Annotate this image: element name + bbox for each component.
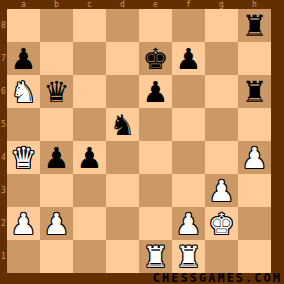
square-f7: ♟	[172, 42, 205, 75]
rank-label-5: 5	[0, 108, 7, 141]
file-label-b: b	[40, 0, 73, 9]
black-rook: ♜	[238, 75, 271, 108]
file-label-g: g	[205, 0, 238, 9]
square-b5	[40, 108, 73, 141]
black-pawn: ♟	[40, 141, 73, 174]
square-g6	[205, 75, 238, 108]
file-label-c: c	[73, 0, 106, 9]
square-h6: ♜	[238, 75, 271, 108]
square-e6: ♟	[139, 75, 172, 108]
white-pawn: ♟	[238, 141, 271, 174]
square-e4	[139, 141, 172, 174]
rank-label-2: 2	[0, 207, 7, 240]
rank-label-7: 7	[0, 42, 7, 75]
rank-label-4: 4	[0, 141, 7, 174]
white-queen: ♛	[7, 141, 40, 174]
file-label-h: h	[238, 0, 271, 9]
rank-labels: 87654321	[0, 9, 7, 273]
white-pawn: ♟	[7, 207, 40, 240]
white-pawn: ♟	[205, 174, 238, 207]
square-a2: ♟	[7, 207, 40, 240]
square-c2	[73, 207, 106, 240]
black-pawn: ♟	[7, 42, 40, 75]
square-d5: ♞	[106, 108, 139, 141]
square-b1	[40, 240, 73, 273]
square-c7	[73, 42, 106, 75]
chess-board: ♜♟♚♟♞♛♟♜♞♛♟♟♟♟♟♟♟♚♜♜	[7, 9, 271, 273]
rank-label-6: 6	[0, 75, 7, 108]
square-c3	[73, 174, 106, 207]
rank-label-1: 1	[0, 240, 7, 273]
square-d6	[106, 75, 139, 108]
square-h2	[238, 207, 271, 240]
square-b6: ♛	[40, 75, 73, 108]
file-labels: abcdefgh	[7, 0, 271, 9]
square-a4: ♛	[7, 141, 40, 174]
square-e7: ♚	[139, 42, 172, 75]
square-a7: ♟	[7, 42, 40, 75]
square-f6	[172, 75, 205, 108]
rank-label-8: 8	[0, 9, 7, 42]
white-rook: ♜	[172, 240, 205, 273]
square-f8	[172, 9, 205, 42]
square-g1	[205, 240, 238, 273]
square-g4	[205, 141, 238, 174]
square-a5	[7, 108, 40, 141]
rank-label-3: 3	[0, 174, 7, 207]
square-d1	[106, 240, 139, 273]
white-king: ♚	[205, 207, 238, 240]
white-pawn: ♟	[40, 207, 73, 240]
square-b3	[40, 174, 73, 207]
black-knight: ♞	[106, 108, 139, 141]
square-b8	[40, 9, 73, 42]
square-g3: ♟	[205, 174, 238, 207]
square-d4	[106, 141, 139, 174]
square-b7	[40, 42, 73, 75]
white-rook: ♜	[139, 240, 172, 273]
square-h5	[238, 108, 271, 141]
square-a6: ♞	[7, 75, 40, 108]
square-b2: ♟	[40, 207, 73, 240]
square-c8	[73, 9, 106, 42]
square-g2: ♚	[205, 207, 238, 240]
square-e3	[139, 174, 172, 207]
square-h7	[238, 42, 271, 75]
square-h4: ♟	[238, 141, 271, 174]
square-f2: ♟	[172, 207, 205, 240]
file-label-e: e	[139, 0, 172, 9]
square-f1: ♜	[172, 240, 205, 273]
file-label-d: d	[106, 0, 139, 9]
square-d8	[106, 9, 139, 42]
black-king: ♚	[139, 42, 172, 75]
square-h8: ♜	[238, 9, 271, 42]
square-c4: ♟	[73, 141, 106, 174]
square-f3	[172, 174, 205, 207]
square-c5	[73, 108, 106, 141]
black-pawn: ♟	[139, 75, 172, 108]
square-d7	[106, 42, 139, 75]
square-g5	[205, 108, 238, 141]
square-f4	[172, 141, 205, 174]
square-c6	[73, 75, 106, 108]
black-rook: ♜	[238, 9, 271, 42]
square-e1: ♜	[139, 240, 172, 273]
square-b4: ♟	[40, 141, 73, 174]
board-frame: abcdefgh 87654321 ♜♟♚♟♞♛♟♜♞♛♟♟♟♟♟♟♟♚♜♜ C…	[0, 0, 284, 284]
square-a3	[7, 174, 40, 207]
square-d3	[106, 174, 139, 207]
square-h3	[238, 174, 271, 207]
square-g8	[205, 9, 238, 42]
square-e8	[139, 9, 172, 42]
site-logo-text: CHESSGAMES.COM	[153, 273, 282, 284]
file-label-a: a	[7, 0, 40, 9]
square-e5	[139, 108, 172, 141]
white-knight: ♞	[7, 75, 40, 108]
square-h1	[238, 240, 271, 273]
square-d2	[106, 207, 139, 240]
white-pawn: ♟	[172, 207, 205, 240]
black-pawn: ♟	[73, 141, 106, 174]
square-a1	[7, 240, 40, 273]
file-label-f: f	[172, 0, 205, 9]
square-e2	[139, 207, 172, 240]
square-g7	[205, 42, 238, 75]
square-c1	[73, 240, 106, 273]
black-pawn: ♟	[172, 42, 205, 75]
square-a8	[7, 9, 40, 42]
black-queen: ♛	[40, 75, 73, 108]
square-f5	[172, 108, 205, 141]
